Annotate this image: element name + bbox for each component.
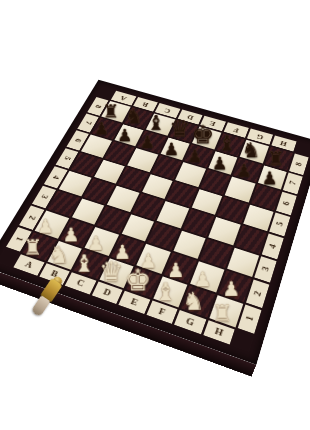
- rank-label-text: 5: [275, 221, 285, 227]
- rank-label-text: 4: [268, 243, 278, 250]
- rank-label-4: 4: [262, 233, 284, 259]
- rank-label-6: 6: [276, 192, 297, 215]
- file-label-text: B: [141, 101, 149, 108]
- file-label-text: C: [75, 278, 86, 289]
- file-label-text: D: [102, 287, 113, 298]
- file-label-text: A: [23, 260, 34, 270]
- board-corner: [232, 330, 254, 351]
- square-b4: [83, 178, 115, 203]
- square-h5: [243, 204, 274, 231]
- rank-label-far-2: 2: [19, 206, 44, 230]
- file-label-text: D: [186, 113, 194, 120]
- rank-label-text: 8: [94, 104, 103, 109]
- file-label-text: G: [256, 133, 265, 141]
- rank-label-7: 7: [283, 172, 303, 194]
- square-f4: [182, 209, 214, 236]
- rank-label-text: 1: [244, 315, 255, 323]
- board-corner: [295, 142, 310, 156]
- file-label-text: H: [213, 326, 224, 338]
- rank-label-text: 3: [260, 266, 271, 273]
- rank-label-far-4: 4: [44, 166, 68, 188]
- file-label-text: H: [280, 139, 288, 147]
- rank-label-text: 2: [252, 290, 263, 297]
- rank-label-8: 8: [289, 154, 309, 175]
- square-a2: ♟: [35, 211, 69, 238]
- file-label-text: G: [185, 316, 196, 328]
- file-label-text: E: [209, 120, 217, 127]
- rank-label-text: 8: [294, 161, 303, 167]
- rank-label-5: 5: [269, 212, 290, 236]
- rank-label-text: 5: [62, 155, 72, 161]
- file-label-text: F: [233, 126, 240, 133]
- rank-label-text: 2: [27, 214, 37, 220]
- white-pawn: ♟: [162, 260, 189, 280]
- file-label-text: F: [157, 307, 166, 318]
- black-pawn: ♟: [183, 148, 207, 165]
- rank-label-text: 1: [14, 236, 25, 243]
- rank-label-text: 7: [84, 120, 93, 125]
- clasp-tab: [31, 295, 51, 317]
- black-rook: ♜: [264, 149, 288, 168]
- rank-label-text: 4: [51, 174, 61, 180]
- rank-label-text: 6: [282, 200, 292, 206]
- file-label-D: D: [91, 281, 122, 304]
- product-photo: ABCDEFGH8♜♞♝♛♚♝♞♜87♟♟♟♟♟♟♟♟7665544332♟♟♟…: [0, 0, 310, 430]
- rank-label-text: 3: [39, 194, 49, 200]
- file-label-text: C: [163, 107, 171, 114]
- rank-label-text: 6: [73, 138, 82, 143]
- file-label-text: E: [129, 297, 139, 308]
- rank-label-text: 7: [288, 180, 298, 186]
- file-label-text: A: [119, 95, 127, 102]
- white-rook: ♜: [20, 237, 46, 258]
